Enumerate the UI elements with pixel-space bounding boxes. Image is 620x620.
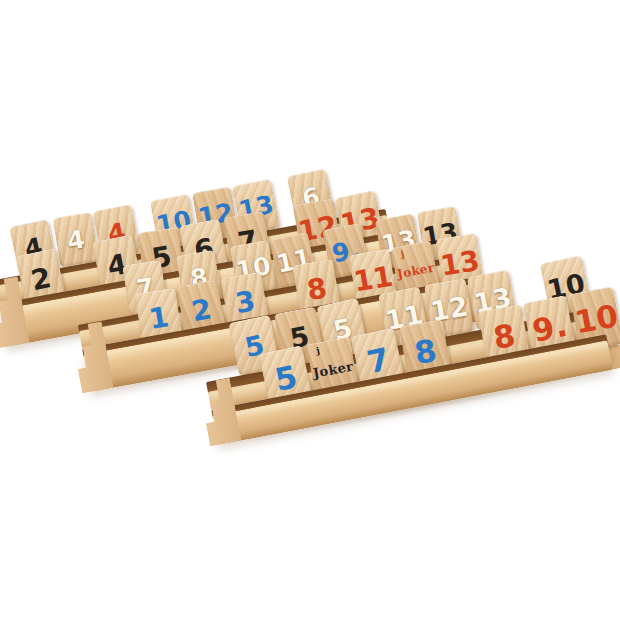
- tile-number: 10: [572, 297, 620, 340]
- product-photo-scene: 44410121362456712137810119.1313123811jJo…: [0, 0, 620, 620]
- tile-number: 2: [28, 260, 54, 296]
- tile-number: 1: [147, 300, 171, 336]
- joker-small-index: j: [316, 345, 321, 355]
- tile-number: 8: [491, 317, 518, 356]
- joker-label: Joker: [312, 358, 354, 380]
- tile-number: 8: [412, 332, 439, 371]
- tile-number: 7: [364, 341, 393, 381]
- tile-number: 5: [272, 358, 301, 398]
- rack-base: [0, 104, 366, 175]
